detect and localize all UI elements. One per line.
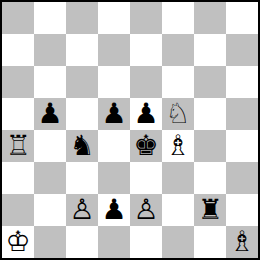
square-b1[interactable] bbox=[34, 226, 66, 258]
square-h4[interactable] bbox=[226, 130, 258, 162]
white-king[interactable]: ♔ bbox=[2, 226, 34, 258]
white-pawn[interactable]: ♙ bbox=[66, 194, 98, 226]
square-b3[interactable] bbox=[34, 162, 66, 194]
white-pawn[interactable]: ♙ bbox=[130, 194, 162, 226]
square-h8[interactable] bbox=[226, 2, 258, 34]
black-pawn[interactable]: ♟ bbox=[34, 98, 66, 130]
square-a8[interactable] bbox=[2, 2, 34, 34]
square-c6[interactable] bbox=[66, 66, 98, 98]
square-f7[interactable] bbox=[162, 34, 194, 66]
square-e8[interactable] bbox=[130, 2, 162, 34]
square-f8[interactable] bbox=[162, 2, 194, 34]
square-e2[interactable]: ♙ bbox=[130, 194, 162, 226]
square-g7[interactable] bbox=[194, 34, 226, 66]
square-e4[interactable]: ♚ bbox=[130, 130, 162, 162]
square-f1[interactable] bbox=[162, 226, 194, 258]
square-b6[interactable] bbox=[34, 66, 66, 98]
white-rook[interactable]: ♖ bbox=[2, 130, 34, 162]
square-b5[interactable]: ♟ bbox=[34, 98, 66, 130]
white-bishop[interactable]: ♗ bbox=[162, 130, 194, 162]
square-a6[interactable] bbox=[2, 66, 34, 98]
square-a5[interactable] bbox=[2, 98, 34, 130]
square-c8[interactable] bbox=[66, 2, 98, 34]
square-h2[interactable] bbox=[226, 194, 258, 226]
square-c7[interactable] bbox=[66, 34, 98, 66]
square-f5[interactable]: ♘ bbox=[162, 98, 194, 130]
square-d1[interactable] bbox=[98, 226, 130, 258]
square-e5[interactable]: ♟ bbox=[130, 98, 162, 130]
black-pawn[interactable]: ♟ bbox=[98, 194, 130, 226]
square-d5[interactable]: ♟ bbox=[98, 98, 130, 130]
square-c4[interactable]: ♞ bbox=[66, 130, 98, 162]
white-bishop[interactable]: ♗ bbox=[226, 226, 258, 258]
square-a7[interactable] bbox=[2, 34, 34, 66]
square-h6[interactable] bbox=[226, 66, 258, 98]
square-d7[interactable] bbox=[98, 34, 130, 66]
square-g1[interactable] bbox=[194, 226, 226, 258]
square-c2[interactable]: ♙ bbox=[66, 194, 98, 226]
square-f4[interactable]: ♗ bbox=[162, 130, 194, 162]
square-g5[interactable] bbox=[194, 98, 226, 130]
white-knight[interactable]: ♘ bbox=[162, 98, 194, 130]
square-b8[interactable] bbox=[34, 2, 66, 34]
square-g4[interactable] bbox=[194, 130, 226, 162]
square-f2[interactable] bbox=[162, 194, 194, 226]
square-b4[interactable] bbox=[34, 130, 66, 162]
square-f3[interactable] bbox=[162, 162, 194, 194]
square-d4[interactable] bbox=[98, 130, 130, 162]
square-d2[interactable]: ♟ bbox=[98, 194, 130, 226]
square-h3[interactable] bbox=[226, 162, 258, 194]
square-c1[interactable] bbox=[66, 226, 98, 258]
square-c5[interactable] bbox=[66, 98, 98, 130]
square-g6[interactable] bbox=[194, 66, 226, 98]
square-a4[interactable]: ♖ bbox=[2, 130, 34, 162]
black-king[interactable]: ♚ bbox=[130, 130, 162, 162]
square-d3[interactable] bbox=[98, 162, 130, 194]
black-pawn[interactable]: ♟ bbox=[130, 98, 162, 130]
square-d8[interactable] bbox=[98, 2, 130, 34]
square-h1[interactable]: ♗ bbox=[226, 226, 258, 258]
square-h7[interactable] bbox=[226, 34, 258, 66]
square-d6[interactable] bbox=[98, 66, 130, 98]
square-e3[interactable] bbox=[130, 162, 162, 194]
black-rook[interactable]: ♜ bbox=[194, 194, 226, 226]
square-b2[interactable] bbox=[34, 194, 66, 226]
square-e7[interactable] bbox=[130, 34, 162, 66]
chess-board: ♟♟♟♘♖♞♚♗♙♟♙♜♔♗ bbox=[2, 2, 258, 258]
black-pawn[interactable]: ♟ bbox=[98, 98, 130, 130]
square-g8[interactable] bbox=[194, 2, 226, 34]
square-h5[interactable] bbox=[226, 98, 258, 130]
square-a3[interactable] bbox=[2, 162, 34, 194]
square-c3[interactable] bbox=[66, 162, 98, 194]
square-g3[interactable] bbox=[194, 162, 226, 194]
square-a2[interactable] bbox=[2, 194, 34, 226]
square-a1[interactable]: ♔ bbox=[2, 226, 34, 258]
square-e6[interactable] bbox=[130, 66, 162, 98]
square-e1[interactable] bbox=[130, 226, 162, 258]
square-g2[interactable]: ♜ bbox=[194, 194, 226, 226]
square-f6[interactable] bbox=[162, 66, 194, 98]
square-b7[interactable] bbox=[34, 34, 66, 66]
black-knight[interactable]: ♞ bbox=[66, 130, 98, 162]
chess-diagram: ♟♟♟♘♖♞♚♗♙♟♙♜♔♗ bbox=[0, 0, 260, 260]
